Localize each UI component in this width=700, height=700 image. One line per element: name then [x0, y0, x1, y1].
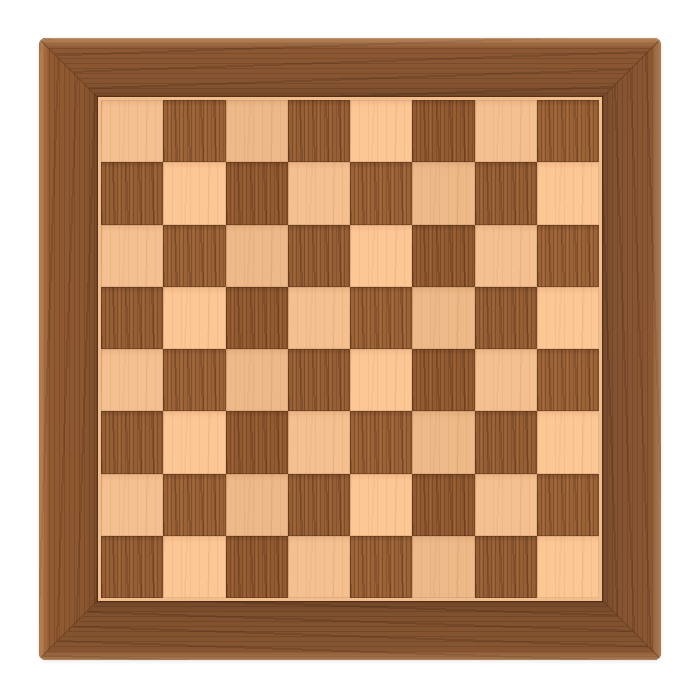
square-b7[interactable] — [163, 162, 225, 224]
square-h1[interactable] — [537, 536, 599, 598]
square-e7[interactable] — [350, 162, 412, 224]
square-g8[interactable] — [475, 100, 537, 162]
square-f4[interactable] — [412, 349, 474, 411]
board-frame-right — [602, 38, 661, 660]
square-f2[interactable] — [412, 474, 474, 536]
square-e5[interactable] — [350, 287, 412, 349]
square-g6[interactable] — [475, 225, 537, 287]
square-d7[interactable] — [288, 162, 350, 224]
square-d4[interactable] — [288, 349, 350, 411]
square-g1[interactable] — [475, 536, 537, 598]
square-f5[interactable] — [412, 287, 474, 349]
square-c4[interactable] — [226, 349, 288, 411]
square-f1[interactable] — [412, 536, 474, 598]
square-b1[interactable] — [163, 536, 225, 598]
square-e3[interactable] — [350, 411, 412, 473]
square-g4[interactable] — [475, 349, 537, 411]
square-a7[interactable] — [101, 162, 163, 224]
square-h3[interactable] — [537, 411, 599, 473]
square-e1[interactable] — [350, 536, 412, 598]
square-a4[interactable] — [101, 349, 163, 411]
square-e8[interactable] — [350, 100, 412, 162]
square-a1[interactable] — [101, 536, 163, 598]
square-c3[interactable] — [226, 411, 288, 473]
board-frame-top — [39, 38, 661, 97]
square-h6[interactable] — [537, 225, 599, 287]
square-h8[interactable] — [537, 100, 599, 162]
square-g2[interactable] — [475, 474, 537, 536]
square-b4[interactable] — [163, 349, 225, 411]
square-f6[interactable] — [412, 225, 474, 287]
square-d5[interactable] — [288, 287, 350, 349]
square-b2[interactable] — [163, 474, 225, 536]
square-g5[interactable] — [475, 287, 537, 349]
square-e6[interactable] — [350, 225, 412, 287]
square-c6[interactable] — [226, 225, 288, 287]
square-h7[interactable] — [537, 162, 599, 224]
square-a6[interactable] — [101, 225, 163, 287]
square-d3[interactable] — [288, 411, 350, 473]
square-d6[interactable] — [288, 225, 350, 287]
square-e4[interactable] — [350, 349, 412, 411]
board-frame-bottom — [39, 601, 661, 660]
square-c8[interactable] — [226, 100, 288, 162]
square-a3[interactable] — [101, 411, 163, 473]
square-h2[interactable] — [537, 474, 599, 536]
square-c5[interactable] — [226, 287, 288, 349]
square-c7[interactable] — [226, 162, 288, 224]
chess-board — [39, 38, 661, 660]
product-photo-background — [0, 0, 700, 700]
square-d2[interactable] — [288, 474, 350, 536]
square-c1[interactable] — [226, 536, 288, 598]
square-b5[interactable] — [163, 287, 225, 349]
square-g3[interactable] — [475, 411, 537, 473]
playing-field — [98, 97, 602, 601]
square-a2[interactable] — [101, 474, 163, 536]
square-h5[interactable] — [537, 287, 599, 349]
square-d1[interactable] — [288, 536, 350, 598]
square-f3[interactable] — [412, 411, 474, 473]
square-b3[interactable] — [163, 411, 225, 473]
square-g7[interactable] — [475, 162, 537, 224]
square-a8[interactable] — [101, 100, 163, 162]
board-frame-left — [39, 38, 98, 660]
square-c2[interactable] — [226, 474, 288, 536]
square-grid — [101, 100, 599, 598]
square-b8[interactable] — [163, 100, 225, 162]
square-a5[interactable] — [101, 287, 163, 349]
square-e2[interactable] — [350, 474, 412, 536]
square-h4[interactable] — [537, 349, 599, 411]
square-f7[interactable] — [412, 162, 474, 224]
square-f8[interactable] — [412, 100, 474, 162]
square-b6[interactable] — [163, 225, 225, 287]
square-d8[interactable] — [288, 100, 350, 162]
